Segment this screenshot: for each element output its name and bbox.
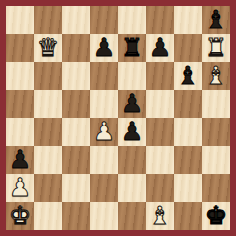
square-c7[interactable]: [62, 34, 90, 62]
white-bishop[interactable]: ♝: [202, 62, 230, 90]
square-b8[interactable]: [34, 6, 62, 34]
square-g1[interactable]: [174, 202, 202, 230]
square-d1[interactable]: [90, 202, 118, 230]
square-e3[interactable]: [118, 146, 146, 174]
square-b4[interactable]: [34, 118, 62, 146]
square-b3[interactable]: [34, 146, 62, 174]
chess-board: ♝♛♟♜♟♜♝♝♟♟♟♟♟♚♝♚: [6, 6, 230, 230]
square-h4[interactable]: [202, 118, 230, 146]
square-d6[interactable]: [90, 62, 118, 90]
square-b2[interactable]: [34, 174, 62, 202]
square-c2[interactable]: [62, 174, 90, 202]
square-d5[interactable]: [90, 90, 118, 118]
square-a4[interactable]: [6, 118, 34, 146]
black-king[interactable]: ♚: [202, 202, 230, 230]
square-f8[interactable]: [146, 6, 174, 34]
white-king[interactable]: ♚: [6, 202, 34, 230]
square-c5[interactable]: [62, 90, 90, 118]
square-f2[interactable]: [146, 174, 174, 202]
square-a3[interactable]: ♟: [6, 146, 34, 174]
square-c1[interactable]: [62, 202, 90, 230]
square-g5[interactable]: [174, 90, 202, 118]
square-h2[interactable]: [202, 174, 230, 202]
white-queen[interactable]: ♛: [34, 34, 62, 62]
black-bishop[interactable]: ♝: [202, 6, 230, 34]
square-d3[interactable]: [90, 146, 118, 174]
square-g3[interactable]: [174, 146, 202, 174]
square-e6[interactable]: [118, 62, 146, 90]
square-e4[interactable]: ♟: [118, 118, 146, 146]
square-f7[interactable]: ♟: [146, 34, 174, 62]
square-h5[interactable]: [202, 90, 230, 118]
black-pawn[interactable]: ♟: [90, 34, 118, 62]
square-g8[interactable]: [174, 6, 202, 34]
square-f6[interactable]: [146, 62, 174, 90]
black-rook[interactable]: ♜: [118, 34, 146, 62]
square-g7[interactable]: [174, 34, 202, 62]
white-bishop[interactable]: ♝: [146, 202, 174, 230]
white-rook[interactable]: ♜: [202, 34, 230, 62]
square-b1[interactable]: [34, 202, 62, 230]
square-e2[interactable]: [118, 174, 146, 202]
square-d2[interactable]: [90, 174, 118, 202]
square-b7[interactable]: ♛: [34, 34, 62, 62]
square-e7[interactable]: ♜: [118, 34, 146, 62]
square-c6[interactable]: [62, 62, 90, 90]
square-a8[interactable]: [6, 6, 34, 34]
square-d7[interactable]: ♟: [90, 34, 118, 62]
square-h6[interactable]: ♝: [202, 62, 230, 90]
square-d4[interactable]: ♟: [90, 118, 118, 146]
square-h1[interactable]: ♚: [202, 202, 230, 230]
square-f1[interactable]: ♝: [146, 202, 174, 230]
square-a2[interactable]: ♟: [6, 174, 34, 202]
square-a5[interactable]: [6, 90, 34, 118]
black-pawn[interactable]: ♟: [6, 146, 34, 174]
square-a6[interactable]: [6, 62, 34, 90]
white-pawn[interactable]: ♟: [90, 118, 118, 146]
board-frame: ♝♛♟♜♟♜♝♝♟♟♟♟♟♚♝♚: [0, 0, 236, 236]
square-d8[interactable]: [90, 6, 118, 34]
square-f4[interactable]: [146, 118, 174, 146]
square-g2[interactable]: [174, 174, 202, 202]
square-c8[interactable]: [62, 6, 90, 34]
square-e1[interactable]: [118, 202, 146, 230]
black-bishop[interactable]: ♝: [174, 62, 202, 90]
square-f3[interactable]: [146, 146, 174, 174]
square-e8[interactable]: [118, 6, 146, 34]
square-a1[interactable]: ♚: [6, 202, 34, 230]
square-c4[interactable]: [62, 118, 90, 146]
square-a7[interactable]: [6, 34, 34, 62]
square-h3[interactable]: [202, 146, 230, 174]
square-b6[interactable]: [34, 62, 62, 90]
square-g4[interactable]: [174, 118, 202, 146]
square-h8[interactable]: ♝: [202, 6, 230, 34]
square-e5[interactable]: ♟: [118, 90, 146, 118]
square-b5[interactable]: [34, 90, 62, 118]
square-h7[interactable]: ♜: [202, 34, 230, 62]
square-f5[interactable]: [146, 90, 174, 118]
black-pawn[interactable]: ♟: [118, 90, 146, 118]
square-c3[interactable]: [62, 146, 90, 174]
black-pawn[interactable]: ♟: [146, 34, 174, 62]
black-pawn[interactable]: ♟: [118, 118, 146, 146]
square-g6[interactable]: ♝: [174, 62, 202, 90]
white-pawn[interactable]: ♟: [6, 174, 34, 202]
